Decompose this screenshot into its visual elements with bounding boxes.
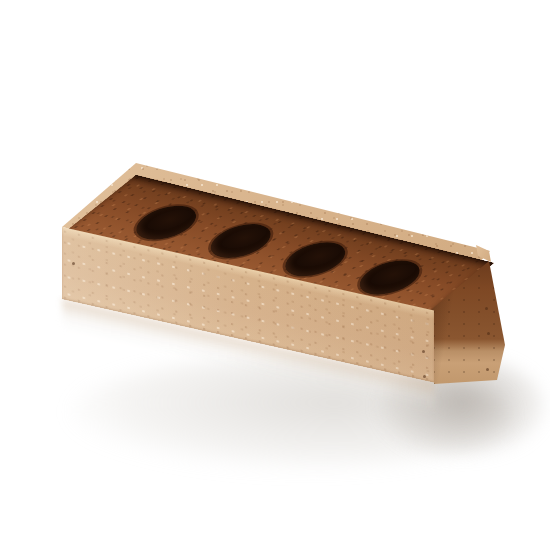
- nail-hole: [423, 375, 426, 378]
- product-photo-stage: [0, 0, 550, 550]
- nail-hole: [487, 332, 490, 335]
- nail-hole: [486, 368, 489, 371]
- nail-hole: [72, 262, 75, 265]
- nail-hole: [422, 350, 425, 353]
- nail-hole: [485, 307, 488, 310]
- pit-hole-4: [347, 256, 432, 299]
